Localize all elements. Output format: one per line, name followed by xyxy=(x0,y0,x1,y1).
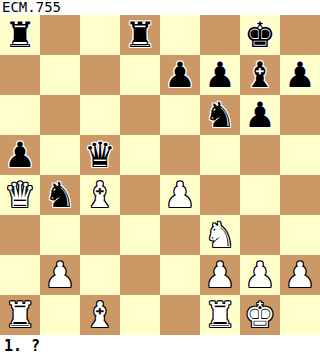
square-h8[interactable] xyxy=(280,15,320,55)
piece-black-pawn: ♟ xyxy=(244,95,275,135)
piece-black-bishop: ♝ xyxy=(244,55,275,95)
piece-black-pawn: ♟ xyxy=(204,55,235,95)
square-b6[interactable] xyxy=(40,95,80,135)
square-e6[interactable] xyxy=(160,95,200,135)
square-b1[interactable] xyxy=(40,295,80,335)
square-f1[interactable]: ♜ xyxy=(200,295,240,335)
piece-white-pawn: ♟ xyxy=(204,255,235,295)
piece-white-pawn: ♟ xyxy=(44,255,75,295)
square-h7[interactable]: ♟ xyxy=(280,55,320,95)
square-f3[interactable]: ♞ xyxy=(200,215,240,255)
square-d1[interactable] xyxy=(120,295,160,335)
square-e8[interactable] xyxy=(160,15,200,55)
square-f7[interactable]: ♟ xyxy=(200,55,240,95)
square-a4[interactable]: ♛ xyxy=(0,175,40,215)
piece-black-pawn: ♟ xyxy=(164,55,195,95)
piece-black-king: ♚ xyxy=(244,15,275,55)
square-b3[interactable] xyxy=(40,215,80,255)
square-g6[interactable]: ♟ xyxy=(240,95,280,135)
square-c6[interactable] xyxy=(80,95,120,135)
square-b4[interactable]: ♞ xyxy=(40,175,80,215)
piece-black-knight: ♞ xyxy=(44,175,75,215)
square-c8[interactable] xyxy=(80,15,120,55)
square-d7[interactable] xyxy=(120,55,160,95)
square-a1[interactable]: ♜ xyxy=(0,295,40,335)
square-f6[interactable]: ♞ xyxy=(200,95,240,135)
piece-white-queen: ♛ xyxy=(4,175,35,215)
square-g3[interactable] xyxy=(240,215,280,255)
piece-black-knight: ♞ xyxy=(204,95,235,135)
square-h3[interactable] xyxy=(280,215,320,255)
square-e4[interactable]: ♟ xyxy=(160,175,200,215)
square-f2[interactable]: ♟ xyxy=(200,255,240,295)
chess-puzzle-page: ECM.755 ♜♜♚♟♟♝♟♞♟♟♛♛♞♝♟♞♟♟♟♟♜♝♜♚ 1. ? xyxy=(0,0,320,360)
square-c1[interactable]: ♝ xyxy=(80,295,120,335)
square-d8[interactable]: ♜ xyxy=(120,15,160,55)
square-h6[interactable] xyxy=(280,95,320,135)
piece-white-rook: ♜ xyxy=(204,295,235,335)
square-d5[interactable] xyxy=(120,135,160,175)
square-g5[interactable] xyxy=(240,135,280,175)
square-g2[interactable]: ♟ xyxy=(240,255,280,295)
square-e2[interactable] xyxy=(160,255,200,295)
square-e7[interactable]: ♟ xyxy=(160,55,200,95)
square-h4[interactable] xyxy=(280,175,320,215)
square-f4[interactable] xyxy=(200,175,240,215)
square-b2[interactable]: ♟ xyxy=(40,255,80,295)
piece-black-pawn: ♟ xyxy=(4,135,35,175)
square-a3[interactable] xyxy=(0,215,40,255)
square-b8[interactable] xyxy=(40,15,80,55)
square-e5[interactable] xyxy=(160,135,200,175)
piece-black-rook: ♜ xyxy=(124,15,155,55)
square-c2[interactable] xyxy=(80,255,120,295)
square-b5[interactable] xyxy=(40,135,80,175)
square-c4[interactable]: ♝ xyxy=(80,175,120,215)
square-e1[interactable] xyxy=(160,295,200,335)
piece-black-queen: ♛ xyxy=(84,135,115,175)
piece-black-pawn: ♟ xyxy=(284,55,315,95)
square-c5[interactable]: ♛ xyxy=(80,135,120,175)
move-prompt-label: 1. ? xyxy=(4,337,40,355)
square-c7[interactable] xyxy=(80,55,120,95)
square-h1[interactable] xyxy=(280,295,320,335)
piece-white-pawn: ♟ xyxy=(244,255,275,295)
square-g7[interactable]: ♝ xyxy=(240,55,280,95)
square-d4[interactable] xyxy=(120,175,160,215)
square-f5[interactable] xyxy=(200,135,240,175)
piece-white-pawn: ♟ xyxy=(164,175,195,215)
piece-white-bishop: ♝ xyxy=(84,295,115,335)
square-g1[interactable]: ♚ xyxy=(240,295,280,335)
square-a8[interactable]: ♜ xyxy=(0,15,40,55)
puzzle-id-label: ECM.755 xyxy=(2,0,61,15)
square-h2[interactable]: ♟ xyxy=(280,255,320,295)
square-c3[interactable] xyxy=(80,215,120,255)
square-f8[interactable] xyxy=(200,15,240,55)
square-a7[interactable] xyxy=(0,55,40,95)
square-e3[interactable] xyxy=(160,215,200,255)
square-d3[interactable] xyxy=(120,215,160,255)
square-d6[interactable] xyxy=(120,95,160,135)
piece-white-king: ♚ xyxy=(244,295,275,335)
square-h5[interactable] xyxy=(280,135,320,175)
square-g8[interactable]: ♚ xyxy=(240,15,280,55)
piece-white-knight: ♞ xyxy=(204,215,235,255)
square-d2[interactable] xyxy=(120,255,160,295)
square-a2[interactable] xyxy=(0,255,40,295)
square-a5[interactable]: ♟ xyxy=(0,135,40,175)
piece-white-rook: ♜ xyxy=(4,295,35,335)
piece-white-bishop: ♝ xyxy=(84,175,115,215)
piece-black-rook: ♜ xyxy=(4,15,35,55)
square-b7[interactable] xyxy=(40,55,80,95)
square-a6[interactable] xyxy=(0,95,40,135)
chess-board: ♜♜♚♟♟♝♟♞♟♟♛♛♞♝♟♞♟♟♟♟♜♝♜♚ xyxy=(0,15,320,335)
piece-white-pawn: ♟ xyxy=(284,255,315,295)
square-g4[interactable] xyxy=(240,175,280,215)
